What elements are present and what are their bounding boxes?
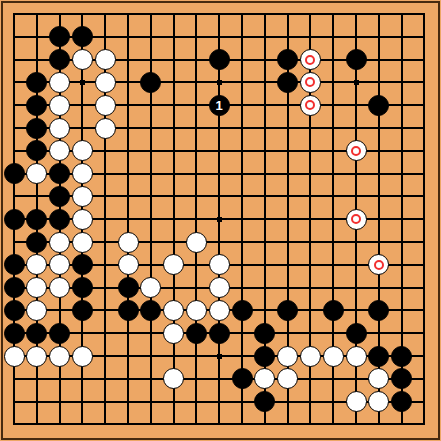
white-stone[interactable] — [72, 49, 93, 70]
white-stone[interactable] — [277, 346, 298, 367]
white-stone[interactable] — [163, 300, 184, 321]
black-stone[interactable] — [368, 346, 389, 367]
black-stone[interactable] — [49, 323, 70, 344]
white-stone[interactable] — [209, 300, 230, 321]
black-stone[interactable] — [232, 300, 253, 321]
white-stone[interactable] — [49, 72, 70, 93]
black-stone[interactable] — [118, 300, 139, 321]
white-stone[interactable] — [323, 346, 344, 367]
black-stone[interactable] — [391, 346, 412, 367]
white-stone[interactable] — [72, 232, 93, 253]
white-stone-circle-marked[interactable] — [346, 140, 367, 161]
white-stone[interactable] — [163, 323, 184, 344]
black-stone[interactable] — [4, 323, 25, 344]
white-stone[interactable] — [4, 346, 25, 367]
white-stone[interactable] — [209, 254, 230, 275]
black-stone[interactable] — [118, 277, 139, 298]
white-stone-circle-marked[interactable] — [300, 49, 321, 70]
white-stone[interactable] — [72, 186, 93, 207]
circle-mark-icon — [305, 100, 315, 110]
black-stone-move-1[interactable]: 1 — [209, 95, 230, 116]
white-stone[interactable] — [346, 391, 367, 412]
grid-line-horizontal — [13, 423, 425, 425]
grid-line-vertical — [241, 13, 243, 425]
white-stone-circle-marked[interactable] — [300, 72, 321, 93]
star-point — [354, 80, 359, 85]
white-stone[interactable] — [95, 95, 116, 116]
star-point — [217, 217, 222, 222]
black-stone[interactable] — [26, 95, 47, 116]
white-stone[interactable] — [49, 95, 70, 116]
white-stone[interactable] — [186, 232, 207, 253]
black-stone[interactable] — [277, 72, 298, 93]
black-stone[interactable] — [26, 323, 47, 344]
star-point — [217, 80, 222, 85]
circle-mark-icon — [305, 77, 315, 87]
grid-line-horizontal — [13, 378, 425, 380]
move-number-label: 1 — [216, 99, 223, 112]
black-stone[interactable] — [49, 186, 70, 207]
white-stone[interactable] — [118, 254, 139, 275]
white-stone[interactable] — [72, 346, 93, 367]
white-stone[interactable] — [26, 346, 47, 367]
black-stone[interactable] — [49, 209, 70, 230]
black-stone[interactable] — [26, 232, 47, 253]
circle-mark-icon — [351, 146, 361, 156]
black-stone[interactable] — [254, 323, 275, 344]
black-stone[interactable] — [277, 300, 298, 321]
black-stone[interactable] — [186, 323, 207, 344]
white-stone[interactable] — [49, 346, 70, 367]
black-stone[interactable] — [72, 277, 93, 298]
black-stone[interactable] — [4, 277, 25, 298]
white-stone[interactable] — [49, 232, 70, 253]
white-stone[interactable] — [72, 209, 93, 230]
go-board: 1 — [0, 0, 441, 441]
white-stone[interactable] — [186, 300, 207, 321]
black-stone[interactable] — [323, 300, 344, 321]
white-stone[interactable] — [49, 118, 70, 139]
go-diagram: 1 — [0, 0, 441, 441]
black-stone[interactable] — [4, 163, 25, 184]
grid-line-vertical — [423, 13, 425, 425]
black-stone[interactable] — [346, 49, 367, 70]
black-stone[interactable] — [232, 368, 253, 389]
circle-mark-icon — [374, 260, 384, 270]
white-stone[interactable] — [300, 346, 321, 367]
black-stone[interactable] — [254, 346, 275, 367]
white-stone-circle-marked[interactable] — [346, 209, 367, 230]
star-point — [80, 80, 85, 85]
black-stone[interactable] — [72, 300, 93, 321]
white-stone-circle-marked[interactable] — [300, 95, 321, 116]
black-stone[interactable] — [26, 118, 47, 139]
white-stone[interactable] — [95, 118, 116, 139]
black-stone[interactable] — [26, 209, 47, 230]
white-stone[interactable] — [72, 163, 93, 184]
black-stone[interactable] — [209, 323, 230, 344]
white-stone[interactable] — [95, 49, 116, 70]
black-stone[interactable] — [4, 254, 25, 275]
white-stone[interactable] — [346, 346, 367, 367]
circle-mark-icon — [351, 214, 361, 224]
circle-mark-icon — [305, 55, 315, 65]
black-stone[interactable] — [4, 300, 25, 321]
black-stone[interactable] — [4, 209, 25, 230]
black-stone[interactable] — [346, 323, 367, 344]
black-stone[interactable] — [368, 95, 389, 116]
white-stone[interactable] — [95, 72, 116, 93]
white-stone[interactable] — [209, 277, 230, 298]
star-point — [217, 354, 222, 359]
white-stone[interactable] — [118, 232, 139, 253]
black-stone[interactable] — [209, 49, 230, 70]
